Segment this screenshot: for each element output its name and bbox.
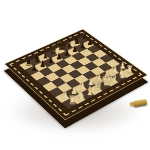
- chess-board: ♜♞♝♛♚♝♞♜♟♟♟♟♟♟♟♟♟♟♟♟♟♟♟♟♜♞♝♛♚♝♞♜: [4, 29, 147, 120]
- white-rook[interactable]: ♜: [67, 94, 78, 106]
- scene: ♜♞♝♛♚♝♞♜♟♟♟♟♟♟♟♟♟♟♟♟♟♟♟♟♜♞♝♛♚♝♞♜: [0, 0, 150, 150]
- latch-knob-icon: [130, 102, 135, 107]
- square-h5[interactable]: [93, 50, 107, 58]
- black-pawn[interactable]: ♟: [29, 64, 39, 73]
- product-photo-stage: ♜♞♝♛♚♝♞♜♟♟♟♟♟♟♟♟♟♟♟♟♟♟♟♟♜♞♝♛♚♝♞♜: [0, 0, 150, 150]
